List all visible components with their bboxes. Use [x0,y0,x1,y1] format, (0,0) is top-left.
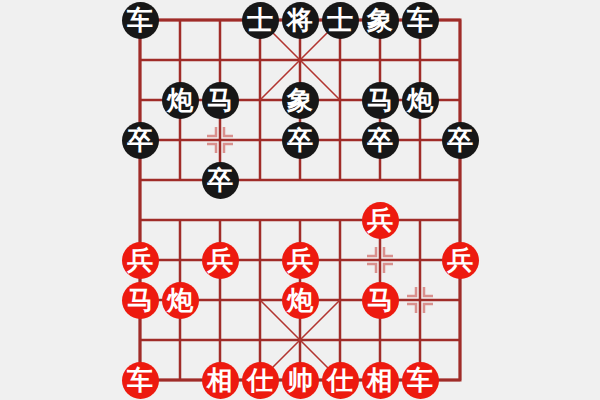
piece-red-soldier[interactable]: 兵 [362,202,399,239]
piece-red-horse[interactable]: 马 [122,282,159,319]
piece-red-soldier[interactable]: 兵 [282,242,319,279]
piece-red-soldier[interactable]: 兵 [442,242,479,279]
piece-red-soldier[interactable]: 兵 [122,242,159,279]
piece-black-advisor[interactable]: 士 [322,2,359,39]
piece-black-horse[interactable]: 马 [362,82,399,119]
xiangqi-board-screen: 车士将士象车炮马象马炮卒卒卒卒卒兵兵兵兵兵马炮炮马车相仕帅仕相车 [0,0,600,400]
piece-red-rook[interactable]: 车 [402,362,439,399]
piece-black-general[interactable]: 将 [282,2,319,39]
piece-black-rook[interactable]: 车 [122,2,159,39]
piece-red-rook[interactable]: 车 [122,362,159,399]
piece-black-cannon[interactable]: 炮 [162,82,199,119]
piece-red-cannon[interactable]: 炮 [282,282,319,319]
xiangqi-board[interactable]: 车士将士象车炮马象马炮卒卒卒卒卒兵兵兵兵兵马炮炮马车相仕帅仕相车 [120,0,480,400]
piece-black-soldier[interactable]: 卒 [442,122,479,159]
piece-black-soldier[interactable]: 卒 [282,122,319,159]
piece-black-soldier[interactable]: 卒 [122,122,159,159]
piece-black-advisor[interactable]: 士 [242,2,279,39]
piece-black-soldier[interactable]: 卒 [362,122,399,159]
piece-red-cannon[interactable]: 炮 [162,282,199,319]
piece-black-soldier[interactable]: 卒 [202,162,239,199]
piece-red-horse[interactable]: 马 [362,282,399,319]
piece-black-rook[interactable]: 车 [402,2,439,39]
piece-red-advisor[interactable]: 仕 [242,362,279,399]
piece-black-cannon[interactable]: 炮 [402,82,439,119]
piece-red-general[interactable]: 帅 [282,362,319,399]
piece-black-horse[interactable]: 马 [202,82,239,119]
piece-black-elephant[interactable]: 象 [282,82,319,119]
piece-red-elephant[interactable]: 相 [202,362,239,399]
piece-red-advisor[interactable]: 仕 [322,362,359,399]
piece-black-elephant[interactable]: 象 [362,2,399,39]
piece-red-elephant[interactable]: 相 [362,362,399,399]
piece-red-soldier[interactable]: 兵 [202,242,239,279]
